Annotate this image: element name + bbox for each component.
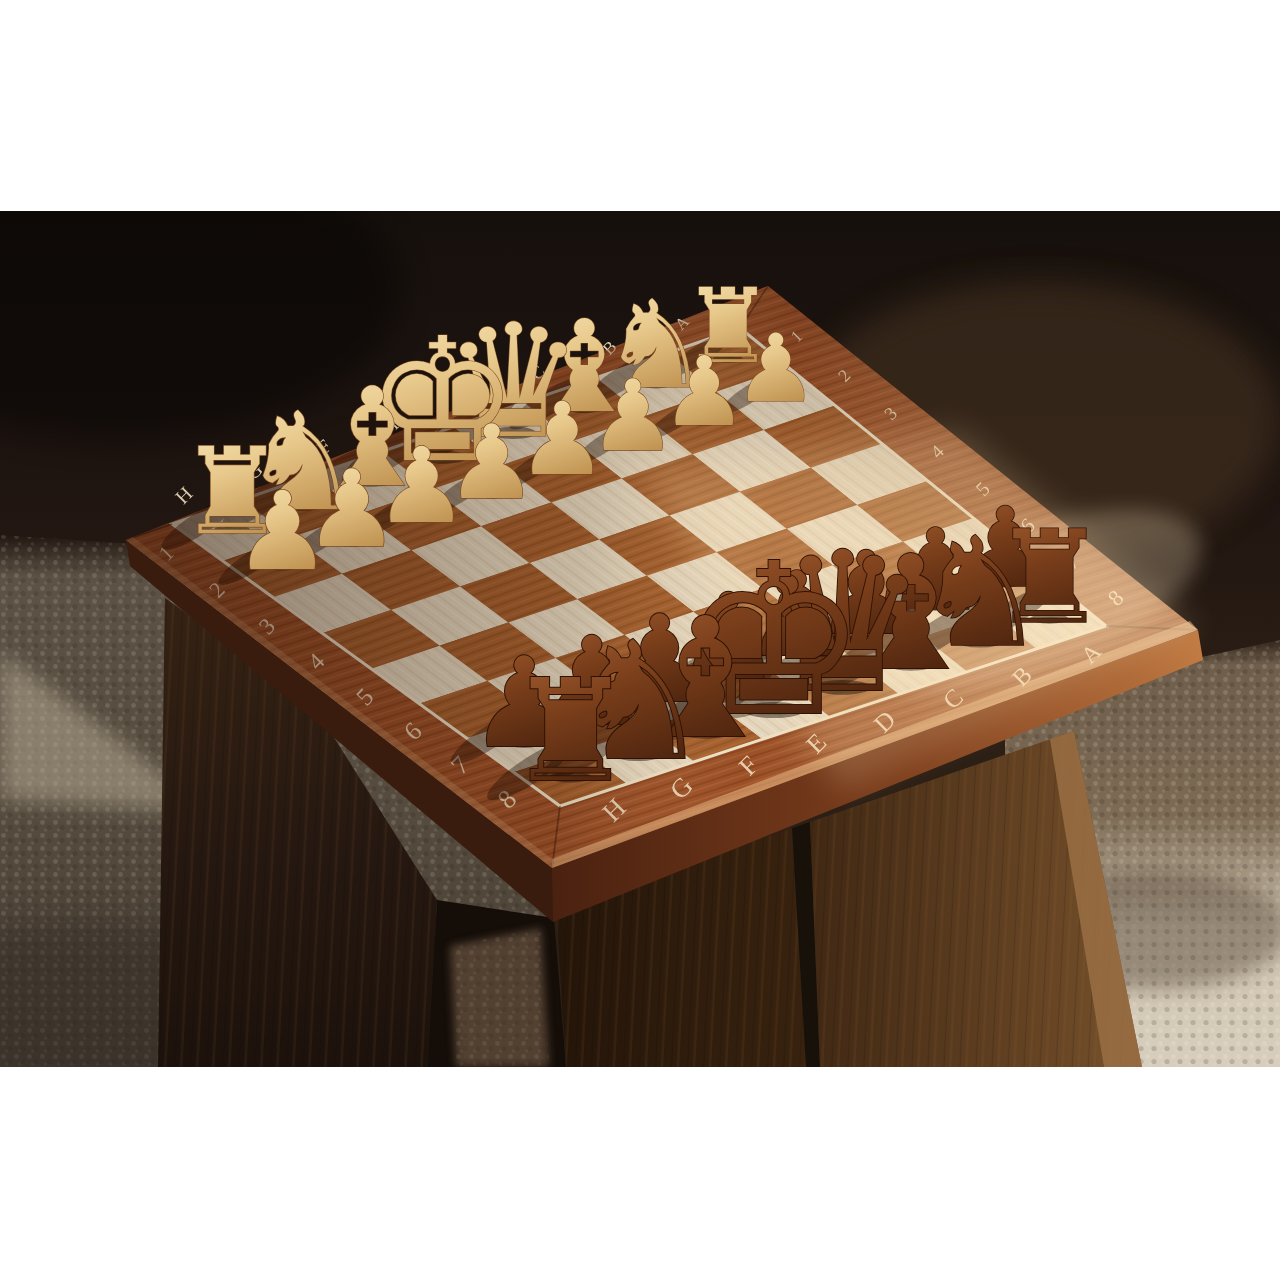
piece-black-rook-h8[interactable]: ♜ (507, 649, 634, 813)
piece-white-pawn-h2[interactable]: ♟ (234, 468, 331, 595)
photo-scene: 1122334455667788AABBCCDDEEFFGGHH♜♞♟♝♟♛♟♚… (0, 0, 1280, 1280)
chess-product-photo: 1122334455667788AABBCCDDEEFFGGHH♜♞♟♝♟♛♟♚… (0, 0, 1280, 1280)
